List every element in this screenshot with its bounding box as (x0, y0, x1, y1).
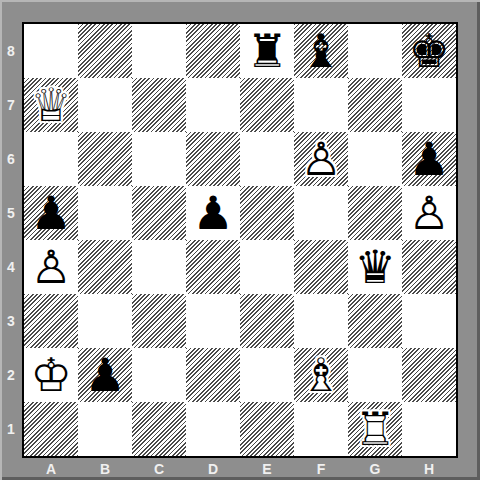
square-h7[interactable] (402, 78, 456, 132)
square-d1[interactable] (186, 402, 240, 456)
square-d6[interactable] (186, 132, 240, 186)
black-queen-glyph: ♛ (348, 240, 402, 294)
piece-white-pawn-f6[interactable]: ♟♙ (294, 132, 348, 186)
square-c6[interactable] (132, 132, 186, 186)
file-label-f: F (294, 458, 348, 480)
piece-black-bishop-f8[interactable]: ♝ (294, 24, 348, 78)
square-f3[interactable] (294, 294, 348, 348)
square-c2[interactable] (132, 348, 186, 402)
piece-black-pawn-d5[interactable]: ♟ (186, 186, 240, 240)
square-e3[interactable] (240, 294, 294, 348)
black-pawn-glyph: ♟ (186, 186, 240, 240)
square-h3[interactable] (402, 294, 456, 348)
square-g6[interactable] (348, 132, 402, 186)
square-b6[interactable] (78, 132, 132, 186)
square-h2[interactable] (402, 348, 456, 402)
square-e2[interactable] (240, 348, 294, 402)
piece-black-pawn-b2[interactable]: ♟ (78, 348, 132, 402)
file-label-a: A (24, 458, 78, 480)
piece-white-rook-g1[interactable]: ♜♖ (348, 402, 402, 456)
square-d2[interactable] (186, 348, 240, 402)
square-h1[interactable] (402, 402, 456, 456)
file-label-h: H (402, 458, 456, 480)
square-g3[interactable] (348, 294, 402, 348)
white-king-outline-glyph: ♔ (24, 348, 78, 402)
file-label-e: E (240, 458, 294, 480)
chess-board[interactable]: ♜♝♚♛♕♟♙♟♟♟♟♙♟♙♛♚♔♟♝♗♜♖ (22, 22, 458, 458)
rank-label-2: 2 (0, 348, 22, 402)
black-rook-glyph: ♜ (240, 24, 294, 78)
white-queen-outline-glyph: ♕ (24, 78, 78, 132)
square-c1[interactable] (132, 402, 186, 456)
piece-white-king-a2[interactable]: ♚♔ (24, 348, 78, 402)
square-g7[interactable] (348, 78, 402, 132)
black-bishop-glyph: ♝ (294, 24, 348, 78)
square-b3[interactable] (78, 294, 132, 348)
square-b4[interactable] (78, 240, 132, 294)
rank-label-4: 4 (0, 240, 22, 294)
square-a6[interactable] (24, 132, 78, 186)
square-a3[interactable] (24, 294, 78, 348)
rank-label-5: 5 (0, 186, 22, 240)
rank-labels: 87654321 (0, 24, 22, 456)
square-d8[interactable] (186, 24, 240, 78)
white-pawn-outline-glyph: ♙ (294, 132, 348, 186)
piece-black-pawn-h6[interactable]: ♟ (402, 132, 456, 186)
black-pawn-glyph: ♟ (24, 186, 78, 240)
white-bishop-outline-glyph: ♗ (294, 348, 348, 402)
square-b8[interactable] (78, 24, 132, 78)
rank-label-3: 3 (0, 294, 22, 348)
white-pawn-outline-glyph: ♙ (402, 186, 456, 240)
file-label-g: G (348, 458, 402, 480)
square-e1[interactable] (240, 402, 294, 456)
rank-label-7: 7 (0, 78, 22, 132)
piece-white-pawn-h5[interactable]: ♟♙ (402, 186, 456, 240)
piece-black-pawn-a5[interactable]: ♟ (24, 186, 78, 240)
square-f4[interactable] (294, 240, 348, 294)
square-c8[interactable] (132, 24, 186, 78)
square-b1[interactable] (78, 402, 132, 456)
square-c3[interactable] (132, 294, 186, 348)
square-g2[interactable] (348, 348, 402, 402)
white-pawn-outline-glyph: ♙ (24, 240, 78, 294)
black-pawn-glyph: ♟ (402, 132, 456, 186)
piece-black-rook-e8[interactable]: ♜ (240, 24, 294, 78)
square-d3[interactable] (186, 294, 240, 348)
black-king-glyph: ♚ (402, 24, 456, 78)
rank-label-8: 8 (0, 24, 22, 78)
piece-white-queen-a7[interactable]: ♛♕ (24, 78, 78, 132)
square-f7[interactable] (294, 78, 348, 132)
square-e7[interactable] (240, 78, 294, 132)
square-h4[interactable] (402, 240, 456, 294)
rank-label-1: 1 (0, 402, 22, 456)
piece-white-pawn-a4[interactable]: ♟♙ (24, 240, 78, 294)
square-b5[interactable] (78, 186, 132, 240)
piece-white-bishop-f2[interactable]: ♝♗ (294, 348, 348, 402)
square-e6[interactable] (240, 132, 294, 186)
rank-label-6: 6 (0, 132, 22, 186)
file-label-d: D (186, 458, 240, 480)
square-g5[interactable] (348, 186, 402, 240)
piece-black-queen-g4[interactable]: ♛ (348, 240, 402, 294)
square-e4[interactable] (240, 240, 294, 294)
file-label-c: C (132, 458, 186, 480)
black-pawn-glyph: ♟ (78, 348, 132, 402)
square-a8[interactable] (24, 24, 78, 78)
square-c4[interactable] (132, 240, 186, 294)
file-labels: ABCDEFGH (24, 458, 456, 480)
square-a1[interactable] (24, 402, 78, 456)
file-label-b: B (78, 458, 132, 480)
square-g8[interactable] (348, 24, 402, 78)
board-frame: 87654321 ABCDEFGH ♜♝♚♛♕♟♙♟♟♟♟♙♟♙♛♚♔♟♝♗♜♖ (0, 0, 480, 480)
square-d7[interactable] (186, 78, 240, 132)
square-c5[interactable] (132, 186, 186, 240)
square-e5[interactable] (240, 186, 294, 240)
square-f5[interactable] (294, 186, 348, 240)
square-d4[interactable] (186, 240, 240, 294)
piece-black-king-h8[interactable]: ♚ (402, 24, 456, 78)
white-rook-outline-glyph: ♖ (348, 402, 402, 456)
square-c7[interactable] (132, 78, 186, 132)
square-b7[interactable] (78, 78, 132, 132)
square-f1[interactable] (294, 402, 348, 456)
